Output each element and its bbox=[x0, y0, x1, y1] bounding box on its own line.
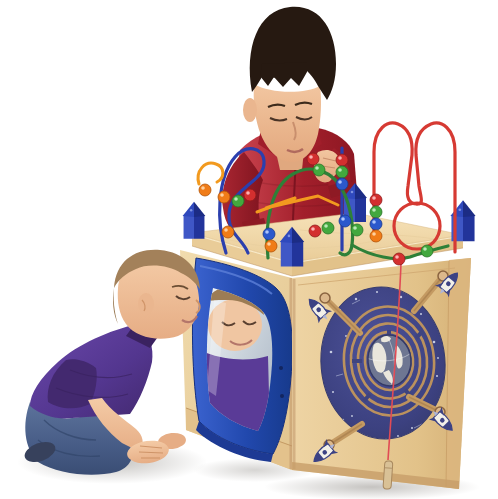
toddler-ear bbox=[138, 293, 154, 315]
bead bbox=[265, 240, 277, 252]
cube-right-face bbox=[292, 258, 471, 489]
boy-hair-fringe bbox=[260, 62, 307, 87]
bead bbox=[232, 195, 244, 207]
bead bbox=[339, 215, 351, 227]
bead bbox=[244, 189, 256, 201]
wooden-wand bbox=[383, 461, 393, 489]
bead bbox=[263, 228, 275, 240]
bead bbox=[322, 222, 334, 234]
bead bbox=[370, 206, 382, 218]
bead bbox=[370, 194, 382, 206]
bead bbox=[336, 178, 348, 190]
boy-ear bbox=[243, 98, 257, 122]
bead bbox=[370, 218, 382, 230]
bead bbox=[309, 225, 321, 237]
bead bbox=[313, 164, 325, 176]
bead bbox=[421, 245, 433, 257]
bead bbox=[218, 191, 230, 203]
bead bbox=[307, 153, 319, 165]
photo bbox=[0, 0, 498, 499]
bead bbox=[336, 166, 348, 178]
bead bbox=[351, 224, 363, 236]
scene-svg bbox=[0, 0, 498, 499]
bead bbox=[370, 230, 382, 242]
bead bbox=[393, 253, 405, 265]
mirror-panel bbox=[192, 258, 292, 462]
bead bbox=[336, 154, 348, 166]
bead bbox=[222, 226, 234, 238]
bead bbox=[199, 184, 211, 196]
